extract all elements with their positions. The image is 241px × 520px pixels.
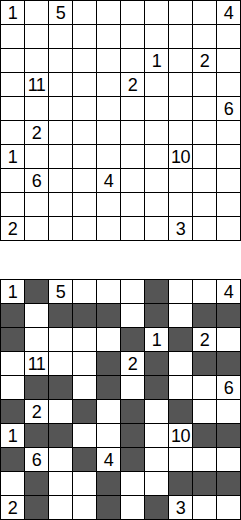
nurikabe-solution-board: 15412112621106423 <box>0 279 241 520</box>
puzzle-cell-r7c7[interactable] <box>145 145 168 168</box>
solution-cell-r5c8 <box>169 376 192 399</box>
solution-cell-r4c1 <box>1 352 24 375</box>
solution-cell-r9c8-shaded <box>169 472 192 495</box>
puzzle-cell-r1c2[interactable] <box>25 1 48 24</box>
solution-cell-r3c10 <box>217 328 240 351</box>
solution-cell-r8c8 <box>169 448 192 471</box>
solution-cell-r6c1-shaded <box>1 400 24 423</box>
solution-cell-r6c9 <box>193 400 216 423</box>
puzzle-cell-r3c9-clue: 2 <box>193 49 216 72</box>
puzzle-cell-r4c1[interactable] <box>1 73 24 96</box>
solution-cell-r9c5-shaded <box>97 472 120 495</box>
solution-cell-r2c3-shaded <box>49 304 72 327</box>
board-gap <box>0 241 241 279</box>
solution-cell-r4c6-clue: 2 <box>121 352 144 375</box>
puzzle-cell-r3c10[interactable] <box>217 49 240 72</box>
puzzle-cell-r6c3[interactable] <box>49 121 72 144</box>
puzzle-cell-r6c7[interactable] <box>145 121 168 144</box>
puzzle-cell-r9c5[interactable] <box>97 193 120 216</box>
puzzle-cell-r6c2-clue: 2 <box>25 121 48 144</box>
puzzle-cell-r8c5-clue: 4 <box>97 169 120 192</box>
solution-cell-r9c7 <box>145 472 168 495</box>
solution-cell-r8c6-shaded <box>121 448 144 471</box>
puzzle-cell-r10c10[interactable] <box>217 217 240 240</box>
solution-cell-r1c8 <box>169 280 192 303</box>
solution-cell-r9c3 <box>49 472 72 495</box>
solution-cell-r2c5-shaded <box>97 304 120 327</box>
puzzle-cell-r8c2-clue: 6 <box>25 169 48 192</box>
puzzle-cell-r6c6[interactable] <box>121 121 144 144</box>
puzzle-cell-r4c8[interactable] <box>169 73 192 96</box>
puzzle-cell-r6c4[interactable] <box>73 121 96 144</box>
solution-cell-r7c7 <box>145 424 168 447</box>
puzzle-cell-r5c5[interactable] <box>97 97 120 120</box>
puzzle-cell-r2c3[interactable] <box>49 25 72 48</box>
solution-cell-r8c10 <box>217 448 240 471</box>
puzzle-cell-r6c8[interactable] <box>169 121 192 144</box>
solution-cell-r5c4 <box>73 376 96 399</box>
puzzle-cell-r2c9[interactable] <box>193 25 216 48</box>
solution-cell-r2c9-shaded <box>193 304 216 327</box>
solution-cell-r5c9 <box>193 376 216 399</box>
solution-cell-r1c3-clue: 5 <box>49 280 72 303</box>
solution-cell-r10c1-clue: 2 <box>1 496 24 519</box>
puzzle-cell-r5c2[interactable] <box>25 97 48 120</box>
solution-cell-r1c10-clue: 4 <box>217 280 240 303</box>
solution-cell-r6c8-shaded <box>169 400 192 423</box>
solution-cell-r10c8-clue: 3 <box>169 496 192 519</box>
puzzle-cell-r5c7[interactable] <box>145 97 168 120</box>
puzzle-cell-r9c8[interactable] <box>169 193 192 216</box>
solution-cell-r10c2-shaded <box>25 496 48 519</box>
puzzle-cell-r2c2[interactable] <box>25 25 48 48</box>
puzzle-cell-r6c10[interactable] <box>217 121 240 144</box>
solution-cell-r2c7-shaded <box>145 304 168 327</box>
puzzle-cell-r7c9[interactable] <box>193 145 216 168</box>
puzzle-cell-r2c7[interactable] <box>145 25 168 48</box>
solution-cell-r7c8-clue: 10 <box>169 424 192 447</box>
solution-cell-r5c3-shaded <box>49 376 72 399</box>
puzzle-cell-r3c5[interactable] <box>97 49 120 72</box>
solution-cell-r4c2-clue: 11 <box>25 352 48 375</box>
puzzle-cell-r1c9[interactable] <box>193 1 216 24</box>
puzzle-cell-r7c2[interactable] <box>25 145 48 168</box>
solution-cell-r7c6-shaded <box>121 424 144 447</box>
puzzle-cell-r3c7-clue: 1 <box>145 49 168 72</box>
solution-cell-r6c3 <box>49 400 72 423</box>
puzzle-cell-r3c8[interactable] <box>169 49 192 72</box>
puzzle-cell-r10c1-clue: 2 <box>1 217 24 240</box>
solution-cell-r2c6 <box>121 304 144 327</box>
puzzle-cell-r8c6[interactable] <box>121 169 144 192</box>
solution-cell-r9c1 <box>1 472 24 495</box>
puzzle-cell-r5c4[interactable] <box>73 97 96 120</box>
puzzle-cell-r9c4[interactable] <box>73 193 96 216</box>
solution-cell-r6c7 <box>145 400 168 423</box>
puzzle-cell-r9c10[interactable] <box>217 193 240 216</box>
solution-cell-r3c2 <box>25 328 48 351</box>
solution-cell-r3c5 <box>97 328 120 351</box>
puzzle-cell-r7c10[interactable] <box>217 145 240 168</box>
puzzle-cell-r9c1[interactable] <box>1 193 24 216</box>
solution-cell-r1c9 <box>193 280 216 303</box>
puzzle-cell-r6c1[interactable] <box>1 121 24 144</box>
solution-cell-r7c5 <box>97 424 120 447</box>
solution-cell-r8c9 <box>193 448 216 471</box>
puzzle-cell-r9c3[interactable] <box>49 193 72 216</box>
puzzle-cell-r4c2-clue: 11 <box>25 73 48 96</box>
puzzle-cell-r1c7[interactable] <box>145 1 168 24</box>
solution-cell-r6c10 <box>217 400 240 423</box>
puzzle-cell-r6c9[interactable] <box>193 121 216 144</box>
solution-cell-r5c2-shaded <box>25 376 48 399</box>
puzzle-cell-r3c6[interactable] <box>121 49 144 72</box>
solution-cell-r6c4-shaded <box>73 400 96 423</box>
solution-cell-r5c5-shaded <box>97 376 120 399</box>
puzzle-cell-r4c10[interactable] <box>217 73 240 96</box>
puzzle-cell-r5c8[interactable] <box>169 97 192 120</box>
puzzle-cell-r8c3[interactable] <box>49 169 72 192</box>
solution-cell-r1c6 <box>121 280 144 303</box>
puzzle-cell-r7c3[interactable] <box>49 145 72 168</box>
puzzle-cell-r2c10[interactable] <box>217 25 240 48</box>
solution-cell-r2c8 <box>169 304 192 327</box>
puzzle-cell-r4c4[interactable] <box>73 73 96 96</box>
puzzle-cell-r7c8-clue: 10 <box>169 145 192 168</box>
solution-cell-r3c9-clue: 2 <box>193 328 216 351</box>
solution-cell-r1c4 <box>73 280 96 303</box>
puzzle-cell-r5c6[interactable] <box>121 97 144 120</box>
solution-cell-r7c10-shaded <box>217 424 240 447</box>
puzzle-cell-r2c4[interactable] <box>73 25 96 48</box>
solution-cell-r7c2-shaded <box>25 424 48 447</box>
puzzle-cell-r8c1[interactable] <box>1 169 24 192</box>
puzzle-cell-r4c3[interactable] <box>49 73 72 96</box>
solution-cell-r9c10-shaded <box>217 472 240 495</box>
puzzle-cell-r8c7[interactable] <box>145 169 168 192</box>
nurikabe-puzzle-board: 15412112621106423 <box>0 0 241 241</box>
solution-cell-r10c10 <box>217 496 240 519</box>
solution-cell-r1c2-shaded <box>25 280 48 303</box>
puzzle-cell-r1c5[interactable] <box>97 1 120 24</box>
solution-cell-r6c6-shaded <box>121 400 144 423</box>
solution-cell-r3c6-shaded <box>121 328 144 351</box>
puzzle-cell-r8c8[interactable] <box>169 169 192 192</box>
solution-cell-r5c10-clue: 6 <box>217 376 240 399</box>
solution-cell-r10c6 <box>121 496 144 519</box>
solution-cell-r10c7-shaded <box>145 496 168 519</box>
puzzle-cell-r10c5[interactable] <box>97 217 120 240</box>
puzzle-cell-r10c3[interactable] <box>49 217 72 240</box>
solution-cell-r10c3 <box>49 496 72 519</box>
puzzle-cell-r9c9[interactable] <box>193 193 216 216</box>
puzzle-cell-r2c8[interactable] <box>169 25 192 48</box>
puzzle-cell-r1c10-clue: 4 <box>217 1 240 24</box>
solution-cell-r9c2-shaded <box>25 472 48 495</box>
solution-cell-r1c7-shaded <box>145 280 168 303</box>
puzzle-cell-r8c4[interactable] <box>73 169 96 192</box>
solution-cell-r3c4 <box>73 328 96 351</box>
solution-cell-r4c7-shaded <box>145 352 168 375</box>
solution-cell-r7c9-shaded <box>193 424 216 447</box>
puzzle-cell-r3c2[interactable] <box>25 49 48 72</box>
solution-cell-r9c6 <box>121 472 144 495</box>
solution-cell-r8c5-clue: 4 <box>97 448 120 471</box>
solution-cell-r6c5 <box>97 400 120 423</box>
solution-cell-r8c4-shaded <box>73 448 96 471</box>
solution-cell-r6c2-clue: 2 <box>25 400 48 423</box>
puzzle-cell-r10c2[interactable] <box>25 217 48 240</box>
solution-cell-r4c8 <box>169 352 192 375</box>
puzzle-cell-r9c2[interactable] <box>25 193 48 216</box>
solution-cell-r7c1-clue: 1 <box>1 424 24 447</box>
solution-cell-r4c4 <box>73 352 96 375</box>
puzzle-cell-r5c1[interactable] <box>1 97 24 120</box>
solution-cell-r3c7-clue: 1 <box>145 328 168 351</box>
puzzle-cell-r10c8-clue: 3 <box>169 217 192 240</box>
solution-cell-r8c3 <box>49 448 72 471</box>
puzzle-cell-r9c6[interactable] <box>121 193 144 216</box>
puzzle-cell-r5c9[interactable] <box>193 97 216 120</box>
puzzle-cell-r2c5[interactable] <box>97 25 120 48</box>
solution-cell-r2c10-shaded <box>217 304 240 327</box>
puzzle-cell-r1c6[interactable] <box>121 1 144 24</box>
puzzle-cell-r4c9[interactable] <box>193 73 216 96</box>
solution-cell-r5c6 <box>121 376 144 399</box>
solution-cell-r9c4 <box>73 472 96 495</box>
puzzle-cell-r5c3[interactable] <box>49 97 72 120</box>
puzzle-cell-r2c1[interactable] <box>1 25 24 48</box>
solution-cell-r5c7-shaded <box>145 376 168 399</box>
puzzle-cell-r7c5[interactable] <box>97 145 120 168</box>
solution-cell-r8c2-clue: 6 <box>25 448 48 471</box>
solution-cell-r7c4 <box>73 424 96 447</box>
puzzle-cell-r1c8[interactable] <box>169 1 192 24</box>
solution-cell-r10c5-shaded <box>97 496 120 519</box>
puzzle-cell-r9c7[interactable] <box>145 193 168 216</box>
puzzle-cell-r3c1[interactable] <box>1 49 24 72</box>
puzzle-cell-r1c3-clue: 5 <box>49 1 72 24</box>
solution-cell-r10c4 <box>73 496 96 519</box>
puzzle-cell-r4c7[interactable] <box>145 73 168 96</box>
solution-cell-r2c1-shaded <box>1 304 24 327</box>
solution-cell-r2c2 <box>25 304 48 327</box>
puzzle-cell-r8c9[interactable] <box>193 169 216 192</box>
puzzle-cell-r7c1-clue: 1 <box>1 145 24 168</box>
puzzle-cell-r4c6-clue: 2 <box>121 73 144 96</box>
puzzle-cell-r10c9[interactable] <box>193 217 216 240</box>
puzzle-cell-r10c4[interactable] <box>73 217 96 240</box>
solution-cell-r1c5 <box>97 280 120 303</box>
solution-cell-r1c1-clue: 1 <box>1 280 24 303</box>
solution-cell-r3c3 <box>49 328 72 351</box>
puzzle-cell-r5c10-clue: 6 <box>217 97 240 120</box>
puzzle-cell-r7c6[interactable] <box>121 145 144 168</box>
puzzle-cell-r10c6[interactable] <box>121 217 144 240</box>
solution-cell-r4c10-shaded <box>217 352 240 375</box>
solution-cell-r7c3-shaded <box>49 424 72 447</box>
solution-cell-r2c4-shaded <box>73 304 96 327</box>
solution-cell-r4c3 <box>49 352 72 375</box>
solution-cell-r9c9-shaded <box>193 472 216 495</box>
puzzle-cell-r4c5[interactable] <box>97 73 120 96</box>
puzzle-cell-r1c1-clue: 1 <box>1 1 24 24</box>
puzzle-cell-r2c6[interactable] <box>121 25 144 48</box>
solution-cell-r8c1-shaded <box>1 448 24 471</box>
solution-cell-r3c8-shaded <box>169 328 192 351</box>
solution-cell-r4c5-shaded <box>97 352 120 375</box>
solution-cell-r8c7 <box>145 448 168 471</box>
puzzle-cell-r10c7[interactable] <box>145 217 168 240</box>
puzzle-cell-r6c5[interactable] <box>97 121 120 144</box>
puzzle-cell-r8c10[interactable] <box>217 169 240 192</box>
puzzle-cell-r3c4[interactable] <box>73 49 96 72</box>
solution-cell-r5c1 <box>1 376 24 399</box>
puzzle-cell-r7c4[interactable] <box>73 145 96 168</box>
puzzle-cell-r3c3[interactable] <box>49 49 72 72</box>
puzzle-cell-r1c4[interactable] <box>73 1 96 24</box>
solution-cell-r4c9-shaded <box>193 352 216 375</box>
solution-cell-r3c1-shaded <box>1 328 24 351</box>
solution-cell-r10c9 <box>193 496 216 519</box>
